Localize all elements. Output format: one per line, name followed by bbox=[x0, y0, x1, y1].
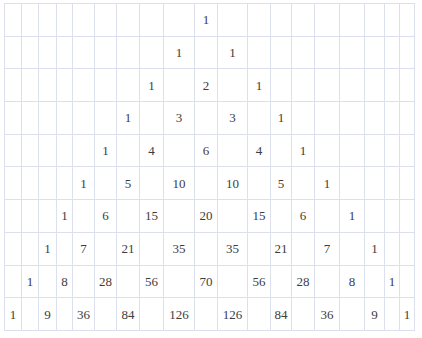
cell-r9c8-number: 56 bbox=[140, 266, 163, 298]
cell-r10c3-number: 9 bbox=[39, 298, 56, 330]
cell-r2c14-empty bbox=[292, 37, 314, 69]
cell-r1c9-empty bbox=[164, 4, 194, 36]
cell-r5c15-empty bbox=[315, 135, 339, 167]
cell-r10c17-number: 9 bbox=[365, 298, 384, 330]
cell-r2c11-number: 1 bbox=[218, 37, 247, 69]
cell-r10c1-number: 1 bbox=[5, 298, 21, 330]
cell-r2c2-empty bbox=[22, 37, 38, 69]
cell-r10c19-number: 1 bbox=[400, 298, 414, 330]
cell-r9c17-empty bbox=[365, 266, 384, 298]
cell-r1c18-empty bbox=[385, 4, 399, 36]
cell-r4c16-empty bbox=[340, 102, 364, 134]
cell-r3c8-number: 1 bbox=[140, 69, 163, 101]
cell-r8c9-number: 35 bbox=[164, 233, 194, 265]
cell-r2c6-empty bbox=[95, 37, 116, 69]
cell-r3c3-empty bbox=[39, 69, 56, 101]
cell-r10c7-number: 84 bbox=[117, 298, 139, 330]
cell-r8c16-empty bbox=[340, 233, 364, 265]
cell-r6c9-number: 10 bbox=[164, 167, 194, 199]
cell-r10c8-empty bbox=[140, 298, 163, 330]
cell-r6c18-empty bbox=[385, 167, 399, 199]
cell-r10c5-number: 36 bbox=[73, 298, 94, 330]
cell-r8c5-number: 7 bbox=[73, 233, 94, 265]
cell-r9c4-number: 8 bbox=[57, 266, 72, 298]
cell-r3c16-empty bbox=[340, 69, 364, 101]
cell-r10c18-empty bbox=[385, 298, 399, 330]
cell-r1c4-empty bbox=[57, 4, 72, 36]
pascals-triangle-grid: 1111211331146411510105116152015611721353… bbox=[4, 3, 415, 331]
cell-r7c2-empty bbox=[22, 200, 38, 232]
cell-r2c18-empty bbox=[385, 37, 399, 69]
cell-r10c6-empty bbox=[95, 298, 116, 330]
cell-r1c2-empty bbox=[22, 4, 38, 36]
cell-r1c7-empty bbox=[117, 4, 139, 36]
cell-r6c14-empty bbox=[292, 167, 314, 199]
cell-r2c15-empty bbox=[315, 37, 339, 69]
cell-r7c19-empty bbox=[400, 200, 414, 232]
cell-r7c14-number: 6 bbox=[292, 200, 314, 232]
cell-r3c10-number: 2 bbox=[195, 69, 217, 101]
cell-r4c1-empty bbox=[5, 102, 21, 134]
cell-r8c14-empty bbox=[292, 233, 314, 265]
cell-r5c12-number: 4 bbox=[248, 135, 270, 167]
cell-r4c11-number: 3 bbox=[218, 102, 247, 134]
cell-r1c12-empty bbox=[248, 4, 270, 36]
cell-r5c1-empty bbox=[5, 135, 21, 167]
cell-r6c17-empty bbox=[365, 167, 384, 199]
cell-r7c17-empty bbox=[365, 200, 384, 232]
cell-r9c10-number: 70 bbox=[195, 266, 217, 298]
cell-r7c16-number: 1 bbox=[340, 200, 364, 232]
cell-r10c4-empty bbox=[57, 298, 72, 330]
cell-r8c17-number: 1 bbox=[365, 233, 384, 265]
cell-r10c14-empty bbox=[292, 298, 314, 330]
cell-r6c11-number: 10 bbox=[218, 167, 247, 199]
cell-r5c16-empty bbox=[340, 135, 364, 167]
cell-r5c11-empty bbox=[218, 135, 247, 167]
cell-r3c11-empty bbox=[218, 69, 247, 101]
cell-r9c11-empty bbox=[218, 266, 247, 298]
cell-r4c10-empty bbox=[195, 102, 217, 134]
cell-r8c12-empty bbox=[248, 233, 270, 265]
cell-r9c1-empty bbox=[5, 266, 21, 298]
cell-r2c7-empty bbox=[117, 37, 139, 69]
cell-r5c9-empty bbox=[164, 135, 194, 167]
cell-r4c6-empty bbox=[95, 102, 116, 134]
cell-r5c2-empty bbox=[22, 135, 38, 167]
cell-r5c5-empty bbox=[73, 135, 94, 167]
cell-r6c4-empty bbox=[57, 167, 72, 199]
cell-r3c12-number: 1 bbox=[248, 69, 270, 101]
cell-r4c15-empty bbox=[315, 102, 339, 134]
cell-r9c9-empty bbox=[164, 266, 194, 298]
cell-r3c4-empty bbox=[57, 69, 72, 101]
cell-r6c15-number: 1 bbox=[315, 167, 339, 199]
cell-r1c1-empty bbox=[5, 4, 21, 36]
cell-r6c10-empty bbox=[195, 167, 217, 199]
cell-r8c15-number: 7 bbox=[315, 233, 339, 265]
cell-r6c1-empty bbox=[5, 167, 21, 199]
cell-r10c10-empty bbox=[195, 298, 217, 330]
cell-r1c14-empty bbox=[292, 4, 314, 36]
cell-r7c13-empty bbox=[271, 200, 291, 232]
cell-r6c2-empty bbox=[22, 167, 38, 199]
cell-r3c18-empty bbox=[385, 69, 399, 101]
cell-r4c7-number: 1 bbox=[117, 102, 139, 134]
cell-r1c11-empty bbox=[218, 4, 247, 36]
cell-r2c17-empty bbox=[365, 37, 384, 69]
cell-r8c6-empty bbox=[95, 233, 116, 265]
cell-r9c18-number: 1 bbox=[385, 266, 399, 298]
cell-r5c6-number: 1 bbox=[95, 135, 116, 167]
cell-r2c4-empty bbox=[57, 37, 72, 69]
cell-r1c13-empty bbox=[271, 4, 291, 36]
cell-r9c2-number: 1 bbox=[22, 266, 38, 298]
cell-r4c14-empty bbox=[292, 102, 314, 134]
cell-r2c10-empty bbox=[195, 37, 217, 69]
cell-r1c6-empty bbox=[95, 4, 116, 36]
cell-r4c3-empty bbox=[39, 102, 56, 134]
cell-r9c19-empty bbox=[400, 266, 414, 298]
cell-r5c14-number: 1 bbox=[292, 135, 314, 167]
cell-r2c1-empty bbox=[5, 37, 21, 69]
cell-r3c1-empty bbox=[5, 69, 21, 101]
cell-r5c8-number: 4 bbox=[140, 135, 163, 167]
cell-r2c3-empty bbox=[39, 37, 56, 69]
cell-r5c4-empty bbox=[57, 135, 72, 167]
cell-r5c19-empty bbox=[400, 135, 414, 167]
cell-r1c10-number: 1 bbox=[195, 4, 217, 36]
cell-r5c10-number: 6 bbox=[195, 135, 217, 167]
cell-r7c3-empty bbox=[39, 200, 56, 232]
cell-r3c19-empty bbox=[400, 69, 414, 101]
cell-r3c17-empty bbox=[365, 69, 384, 101]
cell-r4c8-empty bbox=[140, 102, 163, 134]
cell-r4c12-empty bbox=[248, 102, 270, 134]
cell-r4c5-empty bbox=[73, 102, 94, 134]
cell-r10c9-number: 126 bbox=[164, 298, 194, 330]
cell-r7c4-number: 1 bbox=[57, 200, 72, 232]
cell-r9c16-number: 8 bbox=[340, 266, 364, 298]
cell-r9c5-empty bbox=[73, 266, 94, 298]
cell-r6c3-empty bbox=[39, 167, 56, 199]
cell-r9c3-empty bbox=[39, 266, 56, 298]
cell-r6c16-empty bbox=[340, 167, 364, 199]
cell-r8c10-empty bbox=[195, 233, 217, 265]
cell-r3c2-empty bbox=[22, 69, 38, 101]
cell-r2c19-empty bbox=[400, 37, 414, 69]
cell-r2c13-empty bbox=[271, 37, 291, 69]
cell-r3c7-empty bbox=[117, 69, 139, 101]
cell-r5c3-empty bbox=[39, 135, 56, 167]
cell-r6c19-empty bbox=[400, 167, 414, 199]
cell-r7c12-number: 15 bbox=[248, 200, 270, 232]
cell-r7c18-empty bbox=[385, 200, 399, 232]
cell-r6c7-number: 5 bbox=[117, 167, 139, 199]
cell-r8c13-number: 21 bbox=[271, 233, 291, 265]
cell-r4c19-empty bbox=[400, 102, 414, 134]
cell-r1c17-empty bbox=[365, 4, 384, 36]
cell-r7c10-number: 20 bbox=[195, 200, 217, 232]
cell-r1c5-empty bbox=[73, 4, 94, 36]
cell-r4c4-empty bbox=[57, 102, 72, 134]
cell-r6c5-number: 1 bbox=[73, 167, 94, 199]
cell-r2c9-number: 1 bbox=[164, 37, 194, 69]
cell-r5c13-empty bbox=[271, 135, 291, 167]
cell-r4c2-empty bbox=[22, 102, 38, 134]
cell-r7c15-empty bbox=[315, 200, 339, 232]
cell-r4c18-empty bbox=[385, 102, 399, 134]
cell-r7c9-empty bbox=[164, 200, 194, 232]
cell-r2c5-empty bbox=[73, 37, 94, 69]
cell-r10c15-number: 36 bbox=[315, 298, 339, 330]
cell-r1c8-empty bbox=[140, 4, 163, 36]
cell-r7c6-number: 6 bbox=[95, 200, 116, 232]
cell-r3c13-empty bbox=[271, 69, 291, 101]
cell-r10c16-empty bbox=[340, 298, 364, 330]
cell-r3c6-empty bbox=[95, 69, 116, 101]
cell-r8c1-empty bbox=[5, 233, 21, 265]
cell-r4c13-number: 1 bbox=[271, 102, 291, 134]
cell-r5c17-empty bbox=[365, 135, 384, 167]
cell-r7c11-empty bbox=[218, 200, 247, 232]
cell-r6c13-number: 5 bbox=[271, 167, 291, 199]
cell-r3c9-empty bbox=[164, 69, 194, 101]
cell-r10c2-empty bbox=[22, 298, 38, 330]
cell-r1c3-empty bbox=[39, 4, 56, 36]
cell-r8c4-empty bbox=[57, 233, 72, 265]
cell-r8c3-number: 1 bbox=[39, 233, 56, 265]
cell-r1c19-empty bbox=[400, 4, 414, 36]
cell-r6c12-empty bbox=[248, 167, 270, 199]
cell-r8c2-empty bbox=[22, 233, 38, 265]
cell-r6c8-empty bbox=[140, 167, 163, 199]
cell-r2c8-empty bbox=[140, 37, 163, 69]
cell-r4c9-number: 3 bbox=[164, 102, 194, 134]
cell-r7c7-empty bbox=[117, 200, 139, 232]
cell-r6c6-empty bbox=[95, 167, 116, 199]
cell-r10c12-empty bbox=[248, 298, 270, 330]
cell-r3c15-empty bbox=[315, 69, 339, 101]
cell-r3c5-empty bbox=[73, 69, 94, 101]
cell-r5c7-empty bbox=[117, 135, 139, 167]
cell-r3c14-empty bbox=[292, 69, 314, 101]
cell-r9c12-number: 56 bbox=[248, 266, 270, 298]
cell-r9c14-number: 28 bbox=[292, 266, 314, 298]
cell-r8c19-empty bbox=[400, 233, 414, 265]
cell-r9c6-number: 28 bbox=[95, 266, 116, 298]
cell-r8c11-number: 35 bbox=[218, 233, 247, 265]
cell-r7c5-empty bbox=[73, 200, 94, 232]
cell-r4c17-empty bbox=[365, 102, 384, 134]
cell-r8c7-number: 21 bbox=[117, 233, 139, 265]
cell-r9c7-empty bbox=[117, 266, 139, 298]
cell-r8c18-empty bbox=[385, 233, 399, 265]
cell-r1c16-empty bbox=[340, 4, 364, 36]
cell-r9c13-empty bbox=[271, 266, 291, 298]
cell-r2c16-empty bbox=[340, 37, 364, 69]
cell-r9c15-empty bbox=[315, 266, 339, 298]
cell-r7c8-number: 15 bbox=[140, 200, 163, 232]
cell-r10c13-number: 84 bbox=[271, 298, 291, 330]
cell-r7c1-empty bbox=[5, 200, 21, 232]
cell-r2c12-empty bbox=[248, 37, 270, 69]
cell-r5c18-empty bbox=[385, 135, 399, 167]
cell-r1c15-empty bbox=[315, 4, 339, 36]
cell-r8c8-empty bbox=[140, 233, 163, 265]
cell-r10c11-number: 126 bbox=[218, 298, 247, 330]
